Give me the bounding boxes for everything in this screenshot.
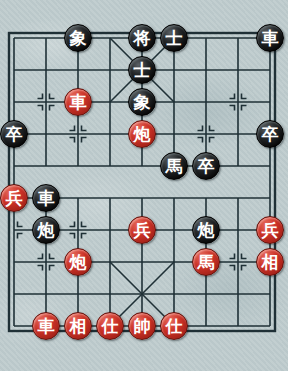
black-elephant[interactable]: 象 [128,88,156,116]
black-cannon[interactable]: 炮 [192,216,220,244]
red-horse[interactable]: 馬 [192,248,220,276]
pieces-layer: 象将士車士車象卒炮卒馬卒兵車炮兵炮兵炮馬相車相仕帥仕 [0,22,286,342]
black-chariot[interactable]: 車 [32,184,60,212]
black-general[interactable]: 将 [128,24,156,52]
black-advisor[interactable]: 士 [128,56,156,84]
red-elephant[interactable]: 相 [256,248,284,276]
xiangqi-board: 象将士車士車象卒炮卒馬卒兵車炮兵炮兵炮馬相車相仕帥仕 [0,0,288,371]
black-elephant[interactable]: 象 [64,24,92,52]
black-soldier[interactable]: 卒 [192,152,220,180]
red-cannon[interactable]: 炮 [128,120,156,148]
red-soldier[interactable]: 兵 [128,216,156,244]
red-general[interactable]: 帥 [128,312,156,340]
black-advisor[interactable]: 士 [160,24,188,52]
black-soldier[interactable]: 卒 [256,120,284,148]
black-cannon[interactable]: 炮 [32,216,60,244]
red-advisor[interactable]: 仕 [96,312,124,340]
red-soldier[interactable]: 兵 [256,216,284,244]
black-soldier[interactable]: 卒 [0,120,28,148]
red-cannon[interactable]: 炮 [64,248,92,276]
red-elephant[interactable]: 相 [64,312,92,340]
red-soldier[interactable]: 兵 [0,184,28,212]
red-advisor[interactable]: 仕 [160,312,188,340]
black-horse[interactable]: 馬 [160,152,188,180]
red-chariot[interactable]: 車 [32,312,60,340]
black-chariot[interactable]: 車 [256,24,284,52]
red-chariot[interactable]: 車 [64,88,92,116]
